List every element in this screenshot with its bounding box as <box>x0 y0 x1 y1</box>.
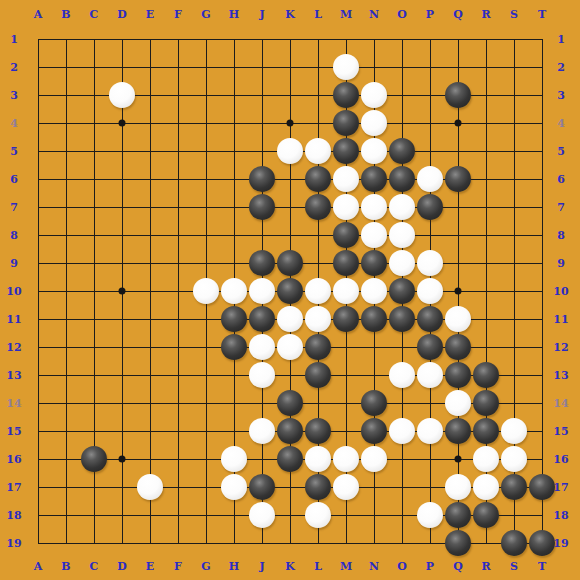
stone-white-J15[interactable] <box>249 418 275 444</box>
stone-white-Q11[interactable] <box>445 306 471 332</box>
col-label-bottom-M: M <box>340 561 352 572</box>
stone-white-Q17[interactable] <box>445 474 471 500</box>
stone-black-P12[interactable] <box>417 334 443 360</box>
row-label-right-3: 3 <box>557 90 565 101</box>
stone-black-N15[interactable] <box>361 418 387 444</box>
stone-white-O15[interactable] <box>389 418 415 444</box>
stone-white-D3[interactable] <box>109 82 135 108</box>
stone-white-N8[interactable] <box>361 222 387 248</box>
stone-black-R13[interactable] <box>473 362 499 388</box>
row-label-right-5: 5 <box>557 146 565 157</box>
stone-white-K5[interactable] <box>277 138 303 164</box>
stone-white-G10[interactable] <box>193 278 219 304</box>
stone-black-K15[interactable] <box>277 418 303 444</box>
star-point-D10 <box>119 288 126 295</box>
row-label-left-5: 5 <box>10 146 18 157</box>
row-label-right-11: 11 <box>553 314 568 325</box>
col-label-bottom-Q: Q <box>453 561 463 572</box>
stone-white-J18[interactable] <box>249 502 275 528</box>
stone-white-M2[interactable] <box>333 54 359 80</box>
col-label-top-P: P <box>426 9 434 20</box>
col-label-top-L: L <box>314 9 322 20</box>
stone-black-P7[interactable] <box>417 194 443 220</box>
stone-white-E17[interactable] <box>137 474 163 500</box>
col-label-top-H: H <box>229 9 239 20</box>
row-label-left-14: 14 <box>6 398 21 409</box>
col-label-top-S: S <box>510 9 518 20</box>
col-label-bottom-T: T <box>538 561 546 572</box>
stone-white-M17[interactable] <box>333 474 359 500</box>
row-label-left-6: 6 <box>10 174 18 185</box>
stone-white-Q14[interactable] <box>445 390 471 416</box>
star-point-Q16 <box>455 456 462 463</box>
stone-black-P11[interactable] <box>417 306 443 332</box>
stone-white-O7[interactable] <box>389 194 415 220</box>
row-label-right-13: 13 <box>553 370 568 381</box>
col-label-top-M: M <box>340 9 352 20</box>
stone-black-K16[interactable] <box>277 446 303 472</box>
stone-black-R18[interactable] <box>473 502 499 528</box>
row-label-right-7: 7 <box>557 202 565 213</box>
stone-white-L16[interactable] <box>305 446 331 472</box>
col-label-bottom-R: R <box>481 561 490 572</box>
stone-black-R15[interactable] <box>473 418 499 444</box>
stone-white-R16[interactable] <box>473 446 499 472</box>
stone-black-S17[interactable] <box>501 474 527 500</box>
stone-white-K12[interactable] <box>277 334 303 360</box>
stone-black-M9[interactable] <box>333 250 359 276</box>
star-point-D16 <box>119 456 126 463</box>
col-label-top-B: B <box>61 9 70 20</box>
row-label-right-17: 17 <box>553 482 568 493</box>
stone-black-Q6[interactable] <box>445 166 471 192</box>
row-label-left-2: 2 <box>10 62 18 73</box>
col-label-top-E: E <box>146 9 154 20</box>
col-label-top-Q: Q <box>453 9 463 20</box>
col-label-top-R: R <box>481 9 490 20</box>
stone-white-O8[interactable] <box>389 222 415 248</box>
stone-white-P6[interactable] <box>417 166 443 192</box>
row-label-left-1: 1 <box>10 34 18 45</box>
stone-white-M6[interactable] <box>333 166 359 192</box>
stone-black-O6[interactable] <box>389 166 415 192</box>
stone-black-Q12[interactable] <box>445 334 471 360</box>
stone-white-N16[interactable] <box>361 446 387 472</box>
star-point-K4 <box>287 120 294 127</box>
col-label-top-A: A <box>34 9 43 20</box>
col-label-bottom-K: K <box>285 561 295 572</box>
stone-white-M16[interactable] <box>333 446 359 472</box>
col-label-top-J: J <box>259 9 264 20</box>
stone-black-N14[interactable] <box>361 390 387 416</box>
stone-black-L13[interactable] <box>305 362 331 388</box>
stone-black-M3[interactable] <box>333 82 359 108</box>
go-board[interactable]: AABBCCDDEEFFGGHHJJKKLLMMNNOOPPQQRRSSTT11… <box>0 0 580 580</box>
stone-black-Q18[interactable] <box>445 502 471 528</box>
stone-black-Q3[interactable] <box>445 82 471 108</box>
row-label-right-15: 15 <box>553 426 568 437</box>
stone-black-R14[interactable] <box>473 390 499 416</box>
row-label-left-9: 9 <box>10 258 18 269</box>
col-label-bottom-D: D <box>117 561 127 572</box>
row-label-right-6: 6 <box>557 174 565 185</box>
row-label-right-14: 14 <box>553 398 568 409</box>
stone-black-H12[interactable] <box>221 334 247 360</box>
stone-black-M8[interactable] <box>333 222 359 248</box>
stone-black-L6[interactable] <box>305 166 331 192</box>
stone-black-M11[interactable] <box>333 306 359 332</box>
row-label-right-18: 18 <box>553 510 568 521</box>
stone-black-O10[interactable] <box>389 278 415 304</box>
stone-black-N11[interactable] <box>361 306 387 332</box>
row-label-right-1: 1 <box>557 34 565 45</box>
stone-white-K11[interactable] <box>277 306 303 332</box>
col-label-bottom-L: L <box>314 561 322 572</box>
row-label-left-19: 19 <box>6 538 21 549</box>
stone-white-J12[interactable] <box>249 334 275 360</box>
col-label-top-K: K <box>285 9 295 20</box>
row-label-right-2: 2 <box>557 62 565 73</box>
stone-white-O13[interactable] <box>389 362 415 388</box>
stone-black-S19[interactable] <box>501 530 527 556</box>
row-label-right-19: 19 <box>553 538 568 549</box>
row-label-right-16: 16 <box>553 454 568 465</box>
stone-white-N5[interactable] <box>361 138 387 164</box>
stone-white-H10[interactable] <box>221 278 247 304</box>
stone-black-L12[interactable] <box>305 334 331 360</box>
row-label-left-8: 8 <box>10 230 18 241</box>
col-label-bottom-P: P <box>426 561 434 572</box>
col-label-bottom-A: A <box>34 561 43 572</box>
row-label-left-3: 3 <box>10 90 18 101</box>
col-label-bottom-J: J <box>259 561 264 572</box>
stone-white-O9[interactable] <box>389 250 415 276</box>
stone-white-N7[interactable] <box>361 194 387 220</box>
row-label-left-11: 11 <box>6 314 21 325</box>
stone-black-K9[interactable] <box>277 250 303 276</box>
stone-white-N4[interactable] <box>361 110 387 136</box>
stone-black-L17[interactable] <box>305 474 331 500</box>
row-label-left-17: 17 <box>6 482 21 493</box>
stone-black-O11[interactable] <box>389 306 415 332</box>
stone-black-K14[interactable] <box>277 390 303 416</box>
col-label-top-C: C <box>90 9 99 20</box>
row-label-left-13: 13 <box>6 370 21 381</box>
row-label-left-15: 15 <box>6 426 21 437</box>
stone-white-L5[interactable] <box>305 138 331 164</box>
col-label-bottom-S: S <box>510 561 518 572</box>
stone-white-S15[interactable] <box>501 418 527 444</box>
stone-white-N10[interactable] <box>361 278 387 304</box>
stone-white-J13[interactable] <box>249 362 275 388</box>
stone-black-N6[interactable] <box>361 166 387 192</box>
star-point-D4 <box>119 120 126 127</box>
stone-black-Q15[interactable] <box>445 418 471 444</box>
stone-white-P15[interactable] <box>417 418 443 444</box>
star-point-Q10 <box>455 288 462 295</box>
stone-black-T19[interactable] <box>529 530 555 556</box>
stone-black-M5[interactable] <box>333 138 359 164</box>
stone-black-M4[interactable] <box>333 110 359 136</box>
stone-black-L7[interactable] <box>305 194 331 220</box>
col-label-bottom-E: E <box>146 561 154 572</box>
col-label-bottom-B: B <box>61 561 70 572</box>
stone-white-J10[interactable] <box>249 278 275 304</box>
col-label-top-O: O <box>397 9 407 20</box>
stone-black-O5[interactable] <box>389 138 415 164</box>
col-label-bottom-H: H <box>229 561 239 572</box>
stone-white-L11[interactable] <box>305 306 331 332</box>
stone-white-R17[interactable] <box>473 474 499 500</box>
row-label-left-16: 16 <box>6 454 21 465</box>
stone-black-J7[interactable] <box>249 194 275 220</box>
col-label-bottom-N: N <box>369 561 379 572</box>
stone-black-T17[interactable] <box>529 474 555 500</box>
star-point-Q4 <box>455 120 462 127</box>
stone-white-H17[interactable] <box>221 474 247 500</box>
stone-black-J6[interactable] <box>249 166 275 192</box>
stone-white-L18[interactable] <box>305 502 331 528</box>
stone-white-P18[interactable] <box>417 502 443 528</box>
row-label-left-4: 4 <box>10 118 18 129</box>
stone-black-H11[interactable] <box>221 306 247 332</box>
col-label-bottom-F: F <box>174 561 182 572</box>
stone-black-J9[interactable] <box>249 250 275 276</box>
col-label-top-F: F <box>174 9 182 20</box>
stone-white-M7[interactable] <box>333 194 359 220</box>
row-label-left-10: 10 <box>6 286 21 297</box>
row-label-right-12: 12 <box>553 342 568 353</box>
stone-white-P10[interactable] <box>417 278 443 304</box>
stone-white-H16[interactable] <box>221 446 247 472</box>
stone-white-N3[interactable] <box>361 82 387 108</box>
row-label-right-4: 4 <box>557 118 565 129</box>
row-label-right-8: 8 <box>557 230 565 241</box>
col-label-top-G: G <box>201 9 210 20</box>
row-label-left-18: 18 <box>6 510 21 521</box>
stone-white-S16[interactable] <box>501 446 527 472</box>
row-label-right-9: 9 <box>557 258 565 269</box>
col-label-top-T: T <box>538 9 546 20</box>
col-label-top-D: D <box>117 9 127 20</box>
row-label-left-12: 12 <box>6 342 21 353</box>
stone-black-J11[interactable] <box>249 306 275 332</box>
col-label-bottom-G: G <box>201 561 210 572</box>
stone-black-Q13[interactable] <box>445 362 471 388</box>
stone-white-P9[interactable] <box>417 250 443 276</box>
stone-black-Q19[interactable] <box>445 530 471 556</box>
stone-white-L10[interactable] <box>305 278 331 304</box>
col-label-top-N: N <box>369 9 379 20</box>
row-label-left-7: 7 <box>10 202 18 213</box>
col-label-bottom-C: C <box>90 561 99 572</box>
col-label-bottom-O: O <box>397 561 407 572</box>
stone-black-L15[interactable] <box>305 418 331 444</box>
stone-black-N9[interactable] <box>361 250 387 276</box>
stone-white-P13[interactable] <box>417 362 443 388</box>
row-label-right-10: 10 <box>553 286 568 297</box>
stone-black-C16[interactable] <box>81 446 107 472</box>
stone-white-M10[interactable] <box>333 278 359 304</box>
stone-black-K10[interactable] <box>277 278 303 304</box>
stone-black-J17[interactable] <box>249 474 275 500</box>
